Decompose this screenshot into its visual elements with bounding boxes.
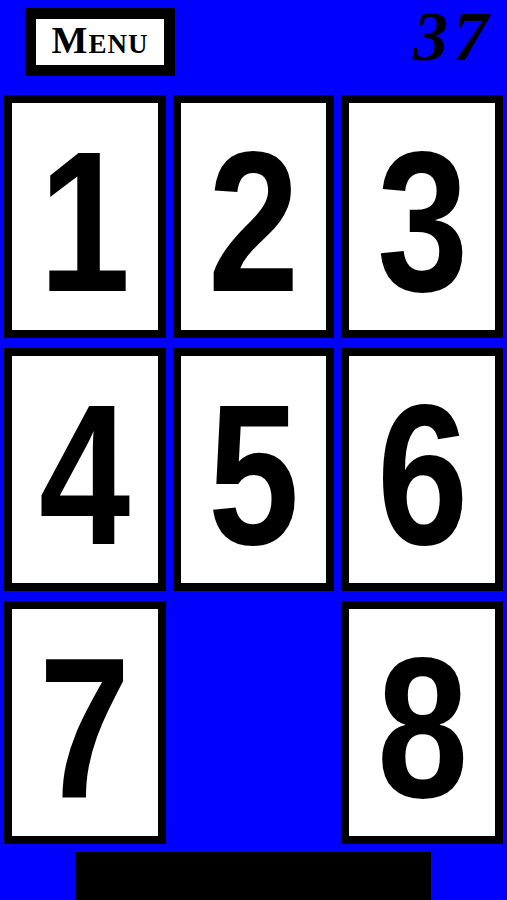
board-cell[interactable]: 8: [341, 601, 503, 844]
board-cell[interactable]: 3: [341, 95, 503, 338]
board-cell[interactable]: 4: [4, 348, 166, 591]
tile-number: 8: [377, 628, 468, 828]
tile-number: 4: [39, 375, 130, 575]
move-counter: 37: [413, 2, 493, 72]
board-cell[interactable]: 2: [173, 95, 335, 338]
tile-number: 2: [208, 122, 299, 322]
tile-number: 6: [377, 375, 468, 575]
tile-number: 3: [377, 122, 468, 322]
puzzle-board: 1 2 3 4 5 6 7 8: [4, 95, 503, 844]
board-cell[interactable]: 7: [4, 601, 166, 844]
tile-number: 7: [39, 628, 130, 828]
board-cell[interactable]: 5: [173, 348, 335, 591]
tile-number: 5: [208, 375, 299, 575]
tile-number: 1: [39, 122, 130, 322]
board-cell: [173, 601, 335, 844]
menu-button[interactable]: Menu: [25, 8, 175, 76]
board-cell[interactable]: 6: [341, 348, 503, 591]
menu-button-label: Menu: [52, 21, 149, 59]
system-nav-bar: [75, 852, 431, 900]
board-cell[interactable]: 1: [4, 95, 166, 338]
